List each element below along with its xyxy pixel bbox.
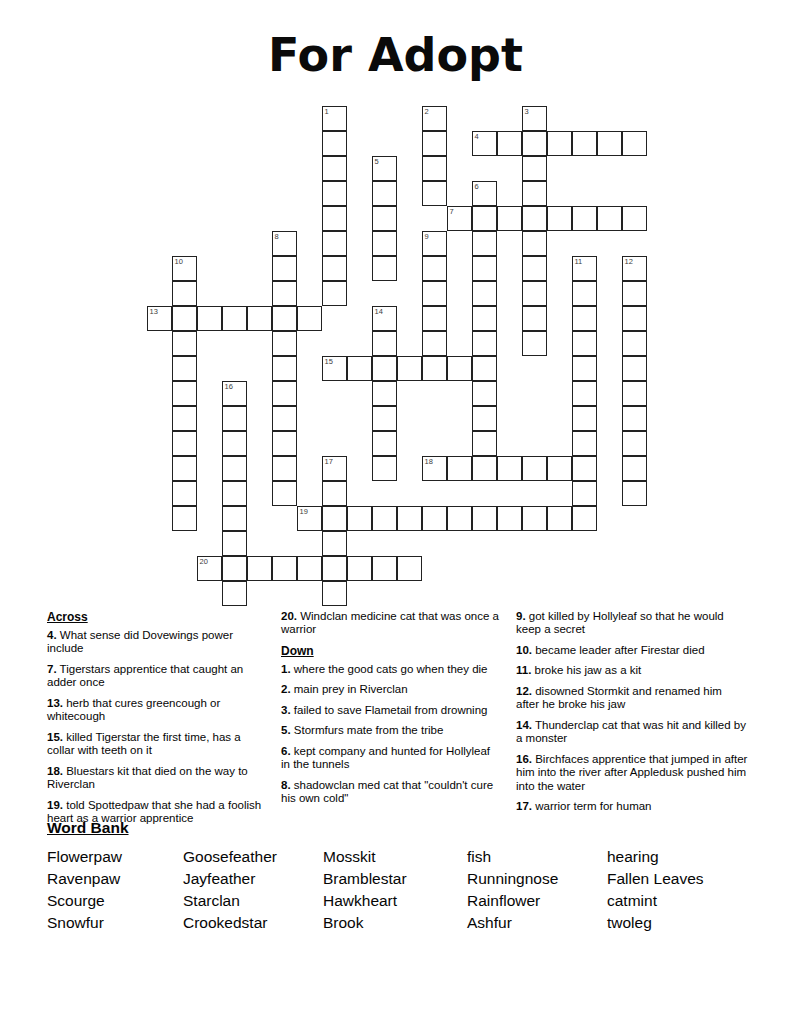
cell-r2-c9[interactable]: 5 (372, 156, 397, 181)
word-bank-item: Starclan (183, 890, 323, 912)
cell-r14-c15[interactable] (522, 456, 547, 481)
cell-r13-c19[interactable] (622, 431, 647, 456)
cell-r12-c1[interactable] (172, 406, 197, 431)
cell-r17-c7[interactable] (322, 531, 347, 556)
cell-r7-c11[interactable] (422, 281, 447, 306)
cell-r8-c2[interactable] (197, 306, 222, 331)
cell-r1-c19[interactable] (622, 131, 647, 156)
cell-r16-c10[interactable] (397, 506, 422, 531)
clue-across-18: 18. Bluestars kit that died on the way t… (47, 765, 267, 792)
cell-r10-c19[interactable] (622, 356, 647, 381)
word-bank-header: Word Bank (47, 819, 759, 837)
cell-r16-c11[interactable] (422, 506, 447, 531)
word-bank-item: Fallen Leaves (607, 868, 759, 890)
cell-r18-c10[interactable] (397, 556, 422, 581)
word-bank-item: Snowfur (47, 912, 183, 934)
word-bank-item: Jayfeather (183, 868, 323, 890)
cell-r8-c4[interactable] (247, 306, 272, 331)
cell-r5-c13[interactable] (472, 231, 497, 256)
cell-r1-c17[interactable] (572, 131, 597, 156)
page-title: For Adopt (0, 30, 791, 81)
word-bank-item: catmint (607, 890, 759, 912)
cell-r4-c18[interactable] (597, 206, 622, 231)
cell-r8-c13[interactable] (472, 306, 497, 331)
cell-r10-c1[interactable] (172, 356, 197, 381)
cell-number: 13 (150, 307, 158, 316)
cell-r18-c5[interactable] (272, 556, 297, 581)
cell-r10-c7[interactable]: 15 (322, 356, 347, 381)
cell-number: 1 (325, 107, 329, 116)
cell-r10-c12[interactable] (447, 356, 472, 381)
cell-r9-c13[interactable] (472, 331, 497, 356)
clue-across-4: 4. What sense did Dovewings power includ… (47, 629, 267, 656)
cell-r4-c14[interactable] (497, 206, 522, 231)
word-bank-item: Scourge (47, 890, 183, 912)
cell-r14-c3[interactable] (222, 456, 247, 481)
word-bank-item: Ravenpaw (47, 868, 183, 890)
cell-number: 9 (425, 232, 429, 241)
cell-r4-c7[interactable] (322, 206, 347, 231)
cell-number: 8 (275, 232, 279, 241)
word-bank: Word Bank FlowerpawGoosefeatherMosskitfi… (47, 819, 759, 934)
cell-number: 19 (300, 507, 308, 516)
cell-r10-c10[interactable] (397, 356, 422, 381)
cell-r4-c12[interactable]: 7 (447, 206, 472, 231)
cell-r8-c19[interactable] (622, 306, 647, 331)
cell-number: 18 (425, 457, 433, 466)
cell-r18-c8[interactable] (347, 556, 372, 581)
word-bank-item: Hawkheart (323, 890, 467, 912)
cell-r4-c13[interactable] (472, 206, 497, 231)
cell-r3-c9[interactable] (372, 181, 397, 206)
clue-across-13: 13. herb that cures greencough or whitec… (47, 697, 267, 724)
cell-r8-c17[interactable] (572, 306, 597, 331)
cell-number: 16 (225, 382, 233, 391)
word-bank-item: Bramblestar (323, 868, 467, 890)
cell-r6-c11[interactable] (422, 256, 447, 281)
cell-r18-c2[interactable]: 20 (197, 556, 222, 581)
cell-r19-c7[interactable] (322, 581, 347, 606)
cell-r14-c16[interactable] (547, 456, 572, 481)
word-bank-item: Mosskit (323, 846, 467, 868)
clue-down-8: 8. shadowclan med cat that "couldn't cur… (281, 779, 500, 806)
cell-r9-c15[interactable] (522, 331, 547, 356)
word-bank-item: Crookedstar (183, 912, 323, 934)
cell-r8-c1[interactable] (172, 306, 197, 331)
cell-r16-c16[interactable] (547, 506, 572, 531)
cell-r14-c7[interactable]: 17 (322, 456, 347, 481)
cell-r2-c15[interactable] (522, 156, 547, 181)
cell-r13-c3[interactable] (222, 431, 247, 456)
word-bank-item: Goosefeather (183, 846, 323, 868)
cell-r1-c13[interactable]: 4 (472, 131, 497, 156)
word-bank-item: twoleg (607, 912, 759, 934)
cell-r6-c15[interactable] (522, 256, 547, 281)
cell-r8-c5[interactable] (272, 306, 297, 331)
cell-r15-c5[interactable] (272, 481, 297, 506)
cell-r5-c7[interactable] (322, 231, 347, 256)
cell-r16-c3[interactable] (222, 506, 247, 531)
word-bank-words: FlowerpawGoosefeatherMosskitfishhearingR… (47, 846, 759, 934)
cell-r9-c17[interactable] (572, 331, 597, 356)
cell-r6-c17[interactable]: 11 (572, 256, 597, 281)
cell-r14-c11[interactable]: 18 (422, 456, 447, 481)
cell-number: 15 (325, 357, 333, 366)
cell-r8-c15[interactable] (522, 306, 547, 331)
cell-r4-c17[interactable] (572, 206, 597, 231)
cell-r11-c3[interactable]: 16 (222, 381, 247, 406)
word-bank-item: Brook (323, 912, 467, 934)
cell-r6-c5[interactable] (272, 256, 297, 281)
cell-r6-c13[interactable] (472, 256, 497, 281)
cell-r19-c3[interactable] (222, 581, 247, 606)
cell-r10-c8[interactable] (347, 356, 372, 381)
word-bank-item: Ashfur (467, 912, 607, 934)
cell-r14-c19[interactable] (622, 456, 647, 481)
clue-down-3: 3. failed to save Flametail from drownin… (281, 704, 500, 717)
word-bank-item: Runningnose (467, 868, 607, 890)
clue-across-15: 15. killed Tigerstar the first time, has… (47, 731, 267, 758)
cell-r8-c11[interactable] (422, 306, 447, 331)
cell-r0-c7[interactable]: 1 (322, 106, 347, 131)
cell-r3-c13[interactable]: 6 (472, 181, 497, 206)
cell-r3-c11[interactable] (422, 181, 447, 206)
cell-r10-c9[interactable] (372, 356, 397, 381)
cell-r9-c11[interactable] (422, 331, 447, 356)
cell-r9-c9[interactable] (372, 331, 397, 356)
cell-r11-c5[interactable] (272, 381, 297, 406)
cell-r13-c5[interactable] (272, 431, 297, 456)
clue-across-20: 20. Windclan medicine cat that was once … (281, 610, 500, 637)
clues-column-2: 20. Windclan medicine cat that was once … (281, 610, 500, 813)
cell-r1-c15[interactable] (522, 131, 547, 156)
cell-r15-c7[interactable] (322, 481, 347, 506)
cell-r0-c15[interactable]: 3 (522, 106, 547, 131)
cell-r8-c9[interactable]: 14 (372, 306, 397, 331)
cell-r10-c11[interactable] (422, 356, 447, 381)
cell-r6-c7[interactable] (322, 256, 347, 281)
clue-down-11: 11. broke his jaw as a kit (516, 664, 748, 677)
clues-column-1: Across4. What sense did Dovewings power … (47, 610, 267, 832)
cell-r7-c15[interactable] (522, 281, 547, 306)
cell-r18-c9[interactable] (372, 556, 397, 581)
cell-r5-c11[interactable]: 9 (422, 231, 447, 256)
cell-r2-c11[interactable] (422, 156, 447, 181)
cell-r16-c6[interactable]: 19 (297, 506, 322, 531)
cell-r5-c5[interactable]: 8 (272, 231, 297, 256)
word-bank-item: fish (467, 846, 607, 868)
cell-r12-c19[interactable] (622, 406, 647, 431)
cell-r2-c7[interactable] (322, 156, 347, 181)
cell-r13-c9[interactable] (372, 431, 397, 456)
cell-r14-c9[interactable] (372, 456, 397, 481)
cell-r18-c3[interactable] (222, 556, 247, 581)
clue-down-16: 16. Birchfaces apprentice that jumped in… (516, 753, 748, 793)
cell-r14-c13[interactable] (472, 456, 497, 481)
cell-number: 11 (575, 257, 583, 266)
cell-number: 7 (450, 207, 454, 216)
cell-number: 6 (475, 182, 479, 191)
cell-r11-c9[interactable] (372, 381, 397, 406)
cell-r16-c15[interactable] (522, 506, 547, 531)
cell-r15-c17[interactable] (572, 481, 597, 506)
cell-r7-c17[interactable] (572, 281, 597, 306)
cell-r5-c9[interactable] (372, 231, 397, 256)
cell-r7-c13[interactable] (472, 281, 497, 306)
cell-r16-c12[interactable] (447, 506, 472, 531)
cell-r14-c12[interactable] (447, 456, 472, 481)
across-header: Across (47, 610, 267, 624)
cell-r9-c1[interactable] (172, 331, 197, 356)
cell-r12-c3[interactable] (222, 406, 247, 431)
cell-r13-c13[interactable] (472, 431, 497, 456)
cell-r16-c7[interactable] (322, 506, 347, 531)
cell-r15-c19[interactable] (622, 481, 647, 506)
cell-r12-c17[interactable] (572, 406, 597, 431)
clues-column-3: 9. got killed by Hollyleaf so that he wo… (516, 610, 748, 820)
cell-r11-c19[interactable] (622, 381, 647, 406)
cell-r10-c13[interactable] (472, 356, 497, 381)
clue-across-7: 7. Tigerstars apprentice that caught an … (47, 663, 267, 690)
cell-r1-c14[interactable] (497, 131, 522, 156)
cell-r13-c1[interactable] (172, 431, 197, 456)
cell-r3-c15[interactable] (522, 181, 547, 206)
cell-number: 4 (475, 132, 479, 141)
cell-r7-c7[interactable] (322, 281, 347, 306)
cell-r12-c13[interactable] (472, 406, 497, 431)
cell-r1-c7[interactable] (322, 131, 347, 156)
cell-r4-c16[interactable] (547, 206, 572, 231)
cell-number: 3 (525, 107, 529, 116)
cell-r3-c7[interactable] (322, 181, 347, 206)
cell-r10-c5[interactable] (272, 356, 297, 381)
word-bank-item: hearing (607, 846, 759, 868)
cell-r11-c17[interactable] (572, 381, 597, 406)
cell-r18-c6[interactable] (297, 556, 322, 581)
cell-number: 2 (425, 107, 429, 116)
down-header: Down (281, 644, 500, 658)
clue-down-14: 14. Thunderclap cat that was hit and kil… (516, 719, 748, 746)
cell-r1-c16[interactable] (547, 131, 572, 156)
cell-r15-c3[interactable] (222, 481, 247, 506)
cell-r13-c17[interactable] (572, 431, 597, 456)
clue-down-6: 6. kept company and hunted for Hollyleaf… (281, 745, 500, 772)
cell-r7-c1[interactable] (172, 281, 197, 306)
cell-r16-c8[interactable] (347, 506, 372, 531)
word-bank-item: Flowerpaw (47, 846, 183, 868)
cell-r6-c9[interactable] (372, 256, 397, 281)
cell-r15-c1[interactable] (172, 481, 197, 506)
clue-down-9: 9. got killed by Hollyleaf so that he wo… (516, 610, 748, 637)
cell-r18-c4[interactable] (247, 556, 272, 581)
clue-down-10: 10. became leader after Firestar died (516, 644, 748, 657)
cell-r11-c1[interactable] (172, 381, 197, 406)
cell-number: 5 (375, 157, 379, 166)
cell-r14-c17[interactable] (572, 456, 597, 481)
cell-r14-c5[interactable] (272, 456, 297, 481)
clue-down-1: 1. where the good cats go when they die (281, 663, 500, 676)
cell-r8-c6[interactable] (297, 306, 322, 331)
cell-r4-c9[interactable] (372, 206, 397, 231)
cell-r10-c17[interactable] (572, 356, 597, 381)
clue-down-2: 2. main prey in Riverclan (281, 683, 500, 696)
cell-r17-c3[interactable] (222, 531, 247, 556)
cell-r7-c5[interactable] (272, 281, 297, 306)
cell-r18-c7[interactable] (322, 556, 347, 581)
cell-r1-c11[interactable] (422, 131, 447, 156)
clue-down-12: 12. disowned Stormkit and renamed him af… (516, 685, 748, 712)
cell-r1-c18[interactable] (597, 131, 622, 156)
cell-r12-c9[interactable] (372, 406, 397, 431)
cell-number: 17 (325, 457, 333, 466)
cell-r5-c15[interactable] (522, 231, 547, 256)
clue-down-5: 5. Stormfurs mate from the tribe (281, 724, 500, 737)
cell-r9-c5[interactable] (272, 331, 297, 356)
cell-r6-c1[interactable]: 10 (172, 256, 197, 281)
cell-r7-c19[interactable] (622, 281, 647, 306)
cell-r4-c15[interactable] (522, 206, 547, 231)
cell-r16-c14[interactable] (497, 506, 522, 531)
cell-r4-c19[interactable] (622, 206, 647, 231)
cell-r12-c5[interactable] (272, 406, 297, 431)
cell-r16-c17[interactable] (572, 506, 597, 531)
cell-r6-c19[interactable]: 12 (622, 256, 647, 281)
cell-r11-c13[interactable] (472, 381, 497, 406)
cell-number: 12 (625, 257, 633, 266)
cell-r0-c11[interactable]: 2 (422, 106, 447, 131)
cell-r9-c19[interactable] (622, 331, 647, 356)
cell-r16-c9[interactable] (372, 506, 397, 531)
word-bank-item: Rainflower (467, 890, 607, 912)
cell-r8-c3[interactable] (222, 306, 247, 331)
cell-r16-c13[interactable] (472, 506, 497, 531)
cell-r8-c0[interactable]: 13 (147, 306, 172, 331)
cell-r14-c14[interactable] (497, 456, 522, 481)
cell-number: 20 (200, 557, 208, 566)
clue-down-17: 17. warrior term for human (516, 800, 748, 813)
cell-number: 10 (175, 257, 183, 266)
cell-number: 14 (375, 307, 383, 316)
crossword-grid: 1234567891011121314151617181920 (147, 106, 647, 606)
cell-r16-c1[interactable] (172, 506, 197, 531)
cell-r14-c1[interactable] (172, 456, 197, 481)
